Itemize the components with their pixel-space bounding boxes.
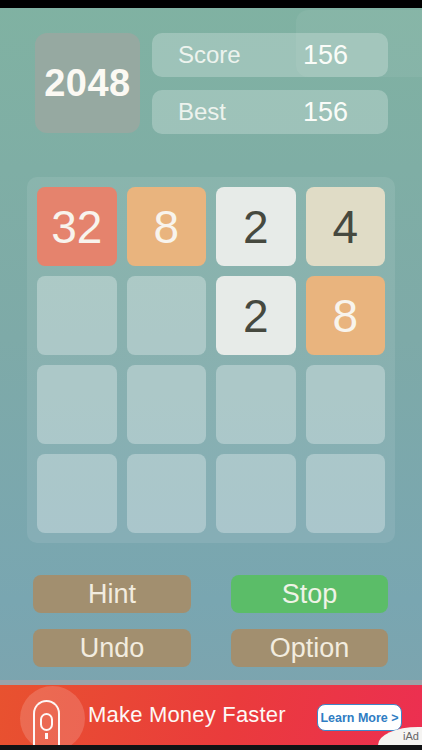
board[interactable]: 3282428	[27, 177, 395, 543]
tile-32: 32	[37, 187, 117, 266]
empty-cell	[216, 365, 296, 444]
empty-cell	[127, 454, 207, 533]
score-value: 156	[303, 40, 348, 71]
empty-cell	[306, 454, 386, 533]
tile-8: 8	[306, 276, 386, 355]
best-value: 156	[303, 97, 348, 128]
tile-2: 2	[216, 187, 296, 266]
finger-pad-shape	[40, 713, 53, 731]
option-button[interactable]: Option	[231, 629, 388, 667]
bottom-bar	[0, 745, 422, 750]
empty-cell	[37, 276, 117, 355]
score-label: Score	[178, 41, 241, 69]
app-logo: 2048	[35, 33, 140, 133]
hint-button[interactable]: Hint	[33, 575, 191, 613]
stop-button[interactable]: Stop	[231, 575, 388, 613]
empty-cell	[127, 276, 207, 355]
empty-cell	[37, 454, 117, 533]
best-label: Best	[178, 98, 226, 126]
empty-cell	[37, 365, 117, 444]
empty-cell	[306, 365, 386, 444]
best-box: Best 156	[152, 90, 388, 134]
learn-more-button[interactable]: Learn More >	[317, 704, 402, 731]
empty-cell	[127, 365, 207, 444]
undo-button[interactable]: Undo	[33, 629, 191, 667]
finger-line-shape	[45, 733, 48, 739]
app-screen: 2048 Score 156 Best 156 3282428 Hint Sto…	[0, 0, 422, 750]
ad-headline: Make Money Faster	[88, 685, 286, 745]
ad-banner[interactable]: Make Money Faster Learn More > iAd	[0, 685, 422, 745]
score-box: Score 156	[152, 33, 388, 77]
empty-cell	[216, 454, 296, 533]
status-bar	[0, 0, 422, 8]
tile-4: 4	[306, 187, 386, 266]
tile-8: 8	[127, 187, 207, 266]
finger-tap-icon	[33, 700, 60, 745]
tile-2: 2	[216, 276, 296, 355]
